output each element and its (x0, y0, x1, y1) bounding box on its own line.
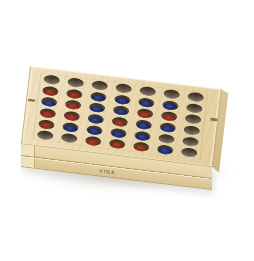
blue-disc-hole[interactable] (157, 144, 174, 155)
blue-disc-hole[interactable] (110, 128, 127, 139)
blue-disc-hole[interactable] (62, 122, 79, 133)
blue-disc-hole[interactable] (113, 105, 130, 116)
red-disc-hole[interactable] (109, 139, 126, 150)
red-disc-hole[interactable] (133, 141, 150, 152)
empty-hole[interactable] (37, 130, 54, 141)
board-cell-r6c3 (81, 134, 106, 148)
empty-hole[interactable] (186, 103, 203, 114)
blue-disc-hole[interactable] (41, 97, 58, 108)
board-cell-r6c2 (57, 131, 82, 145)
board-cell-r6c4 (105, 137, 130, 151)
red-disc-hole[interactable] (85, 136, 102, 147)
board-grid (33, 73, 209, 160)
lid-notch-left (28, 99, 35, 102)
empty-hole[interactable] (181, 147, 198, 158)
empty-hole[interactable] (158, 133, 175, 144)
empty-hole[interactable] (163, 89, 180, 100)
board-cell-r6c1 (33, 128, 58, 142)
blue-disc-hole[interactable] (86, 125, 103, 136)
empty-hole[interactable] (183, 125, 200, 136)
red-disc-hole[interactable] (65, 100, 82, 111)
product-photo: VIGA (0, 0, 254, 261)
blue-disc-hole[interactable] (90, 91, 107, 102)
board-cell-r6c6 (153, 143, 178, 157)
empty-hole[interactable] (67, 77, 84, 88)
lid-notch-right (210, 118, 217, 122)
empty-hole[interactable] (61, 133, 78, 144)
blue-disc-hole[interactable] (89, 102, 106, 113)
blue-disc-hole[interactable] (162, 100, 179, 111)
red-disc-hole[interactable] (42, 86, 59, 97)
empty-hole[interactable] (182, 136, 199, 147)
brand-logo: VIGA (99, 168, 115, 175)
empty-hole[interactable] (115, 83, 132, 94)
empty-hole[interactable] (91, 80, 108, 91)
red-disc-hole[interactable] (66, 88, 83, 99)
empty-hole[interactable] (187, 92, 204, 103)
blue-disc-hole[interactable] (159, 122, 176, 133)
red-disc-hole[interactable] (137, 108, 154, 119)
blue-disc-hole[interactable] (87, 114, 104, 125)
empty-hole[interactable] (43, 75, 60, 86)
red-disc-hole[interactable] (111, 116, 128, 127)
empty-hole[interactable] (185, 114, 202, 125)
board-cell-r6c7 (177, 146, 202, 160)
red-disc-hole[interactable] (63, 111, 80, 122)
blue-disc-hole[interactable] (135, 119, 152, 130)
red-disc-hole[interactable] (38, 119, 55, 130)
board-cell-r6c5 (129, 140, 154, 154)
red-disc-hole[interactable] (39, 108, 56, 119)
red-disc-hole[interactable] (161, 111, 178, 122)
empty-hole[interactable] (139, 86, 156, 97)
blue-disc-hole[interactable] (114, 94, 131, 105)
blue-disc-hole[interactable] (138, 97, 155, 108)
blue-disc-hole[interactable] (134, 130, 151, 141)
